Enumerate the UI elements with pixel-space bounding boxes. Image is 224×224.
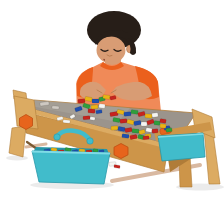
toy-brick-green xyxy=(154,121,160,126)
front-hex-knob xyxy=(114,144,128,159)
toy-brick-blue xyxy=(96,110,103,114)
toy-brick-white xyxy=(90,117,95,121)
toy-brick-red xyxy=(120,119,127,124)
left-leg-shadow xyxy=(6,156,28,161)
toy-brick-yellow xyxy=(51,148,57,152)
toy-brick-white xyxy=(141,122,147,126)
product-photo-stage xyxy=(0,0,224,224)
front-left-leg xyxy=(9,126,26,157)
toy-brick-blue xyxy=(92,99,99,103)
toy-brick-white xyxy=(152,113,158,118)
handle-left-mount xyxy=(54,134,60,140)
toy-brick-yellow xyxy=(111,126,118,130)
toy-brick-red xyxy=(88,109,95,113)
toy-brick-green xyxy=(166,128,173,133)
toy-brick-yellow xyxy=(91,105,98,110)
toy-brick-yellow xyxy=(103,95,110,100)
toy-brick-red xyxy=(160,119,167,124)
toy-brick-red xyxy=(78,99,85,104)
toy-brick-white xyxy=(63,120,70,124)
toy-brick-blue xyxy=(124,112,131,116)
scene-illustration xyxy=(0,0,224,224)
tray-front-face xyxy=(32,151,110,184)
toy-brick-gray xyxy=(52,106,59,110)
toy-brick-green xyxy=(93,149,98,153)
toy-brick-green xyxy=(131,110,138,115)
toy-brick-green xyxy=(132,129,139,134)
toy-brick-blue xyxy=(122,134,129,139)
toy-brick-yellow xyxy=(145,114,152,118)
toy-brick-red xyxy=(152,129,158,134)
toy-brick-red xyxy=(83,116,90,120)
toy-brick-white xyxy=(99,104,105,109)
left-hex-knob xyxy=(20,115,33,130)
toy-brick-white xyxy=(146,128,153,133)
handle-right-mount xyxy=(87,138,93,144)
toy-brick-yellow xyxy=(160,124,166,129)
toy-brick-red xyxy=(143,136,149,140)
